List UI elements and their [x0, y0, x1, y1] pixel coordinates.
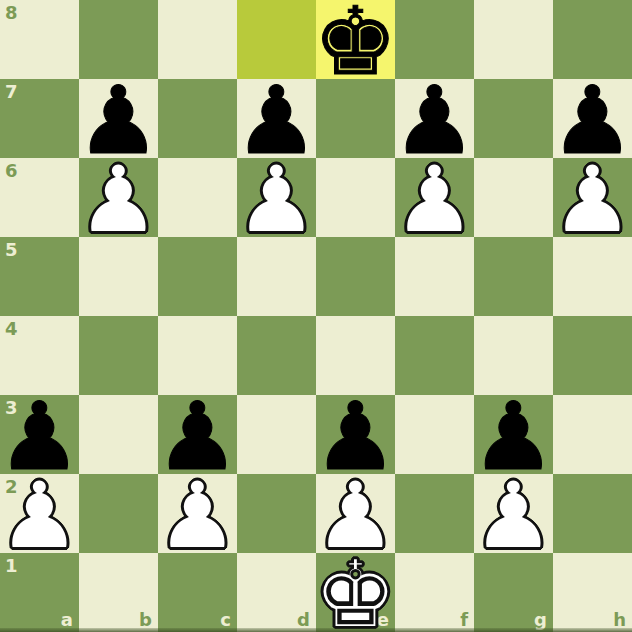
- square-f6[interactable]: ♟: [395, 158, 474, 237]
- square-f2[interactable]: [395, 474, 474, 553]
- square-e5[interactable]: [316, 237, 395, 316]
- square-g8[interactable]: [474, 0, 553, 79]
- square-f4[interactable]: [395, 316, 474, 395]
- square-h1[interactable]: h: [553, 553, 632, 632]
- white-pawn[interactable]: ♟: [76, 153, 160, 247]
- square-a7[interactable]: 7: [0, 79, 79, 158]
- square-a2[interactable]: 2♟: [0, 474, 79, 553]
- square-f1[interactable]: f: [395, 553, 474, 632]
- file-label-h: h: [613, 611, 626, 629]
- square-c8[interactable]: [158, 0, 237, 79]
- file-label-d: d: [297, 611, 310, 629]
- square-h4[interactable]: [553, 316, 632, 395]
- file-label-a: a: [61, 611, 73, 629]
- black-king[interactable]: ♚: [313, 0, 397, 89]
- square-c5[interactable]: [158, 237, 237, 316]
- square-e8[interactable]: ♚: [316, 0, 395, 79]
- square-d1[interactable]: d: [237, 553, 316, 632]
- square-h3[interactable]: [553, 395, 632, 474]
- square-g7[interactable]: [474, 79, 553, 158]
- square-d2[interactable]: [237, 474, 316, 553]
- rank-label-4: 4: [5, 320, 18, 338]
- square-h6[interactable]: ♟: [553, 158, 632, 237]
- square-d4[interactable]: [237, 316, 316, 395]
- file-label-c: c: [220, 611, 231, 629]
- square-f3[interactable]: [395, 395, 474, 474]
- square-a6[interactable]: 6: [0, 158, 79, 237]
- square-g2[interactable]: ♟: [474, 474, 553, 553]
- square-b2[interactable]: [79, 474, 158, 553]
- white-pawn[interactable]: ♟: [471, 469, 555, 563]
- square-b6[interactable]: ♟: [79, 158, 158, 237]
- square-g6[interactable]: [474, 158, 553, 237]
- square-h2[interactable]: [553, 474, 632, 553]
- rank-label-7: 7: [5, 83, 18, 101]
- white-pawn[interactable]: ♟: [0, 469, 82, 563]
- square-e6[interactable]: [316, 158, 395, 237]
- rank-label-8: 8: [5, 4, 18, 22]
- white-pawn[interactable]: ♟: [155, 469, 239, 563]
- square-a8[interactable]: 8: [0, 0, 79, 79]
- white-pawn[interactable]: ♟: [234, 153, 318, 247]
- file-label-b: b: [139, 611, 152, 629]
- white-king[interactable]: ♚: [313, 548, 397, 632]
- rank-label-5: 5: [5, 241, 18, 259]
- chess-board: 8♚7♟♟♟♟6♟♟♟♟543♟♟♟♟2♟♟♟♟1abcde♚fgh: [0, 0, 632, 632]
- file-label-g: g: [534, 611, 547, 629]
- square-c2[interactable]: ♟: [158, 474, 237, 553]
- square-e1[interactable]: e♚: [316, 553, 395, 632]
- file-label-f: f: [460, 611, 468, 629]
- square-g5[interactable]: [474, 237, 553, 316]
- white-pawn[interactable]: ♟: [550, 153, 632, 247]
- square-b4[interactable]: [79, 316, 158, 395]
- square-d6[interactable]: ♟: [237, 158, 316, 237]
- square-c7[interactable]: [158, 79, 237, 158]
- rank-label-6: 6: [5, 162, 18, 180]
- white-pawn[interactable]: ♟: [392, 153, 476, 247]
- square-b3[interactable]: [79, 395, 158, 474]
- square-b1[interactable]: b: [79, 553, 158, 632]
- square-d3[interactable]: [237, 395, 316, 474]
- square-a5[interactable]: 5: [0, 237, 79, 316]
- square-c6[interactable]: [158, 158, 237, 237]
